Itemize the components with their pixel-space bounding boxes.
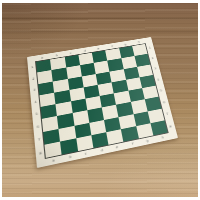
square-b8 — [60, 138, 77, 154]
product-photo: abcdefgh abcdefgh 12345678 12345678 — [0, 0, 200, 200]
square-h8 — [150, 120, 167, 135]
square-a8 — [44, 141, 61, 158]
